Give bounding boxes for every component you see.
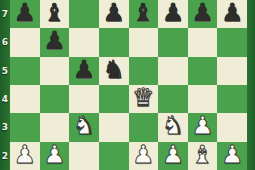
- black-pawn[interactable]: ♟: [221, 0, 243, 27]
- square-f3[interactable]: ♞: [158, 113, 188, 141]
- square-h7[interactable]: ♟: [217, 0, 247, 28]
- square-g4[interactable]: [188, 85, 218, 113]
- square-b6[interactable]: ♟: [40, 28, 70, 56]
- square-d4[interactable]: [99, 85, 129, 113]
- square-a7[interactable]: ♟: [10, 0, 40, 28]
- square-d7[interactable]: ♟: [99, 0, 129, 28]
- square-d6[interactable]: [99, 28, 129, 56]
- square-e2[interactable]: ♟: [129, 142, 159, 170]
- square-g2[interactable]: ♝: [188, 142, 218, 170]
- square-c4[interactable]: [69, 85, 99, 113]
- white-queen[interactable]: ♛: [132, 84, 154, 112]
- black-pawn[interactable]: ♟: [191, 0, 213, 27]
- square-c5[interactable]: ♟: [69, 57, 99, 85]
- chess-board-screenshot: 765432 ♟♝♟♝♟♟♟♟♟♞♛♞♞♟♟♟♟♟♝♟: [0, 0, 255, 170]
- square-d3[interactable]: [99, 113, 129, 141]
- white-pawn[interactable]: ♟: [43, 141, 65, 169]
- square-c6[interactable]: [69, 28, 99, 56]
- rank-coordinate-strip: 765432: [0, 0, 10, 170]
- rank-label-5: 5: [0, 57, 10, 85]
- black-pawn[interactable]: ♟: [43, 27, 65, 55]
- square-c2[interactable]: [69, 142, 99, 170]
- square-g6[interactable]: [188, 28, 218, 56]
- square-b3[interactable]: [40, 113, 70, 141]
- board-right-border: [247, 0, 255, 170]
- rank-label-6: 6: [0, 28, 10, 56]
- square-g3[interactable]: ♟: [188, 113, 218, 141]
- white-pawn[interactable]: ♟: [162, 141, 184, 169]
- square-h3[interactable]: [217, 113, 247, 141]
- square-e6[interactable]: [129, 28, 159, 56]
- square-h4[interactable]: [217, 85, 247, 113]
- square-f6[interactable]: [158, 28, 188, 56]
- square-d2[interactable]: [99, 142, 129, 170]
- rank-label-4: 4: [0, 85, 10, 113]
- square-b4[interactable]: [40, 85, 70, 113]
- white-knight[interactable]: ♞: [162, 112, 184, 140]
- square-b2[interactable]: ♟: [40, 142, 70, 170]
- square-c3[interactable]: ♞: [69, 113, 99, 141]
- white-pawn[interactable]: ♟: [191, 112, 213, 140]
- white-bishop[interactable]: ♝: [191, 141, 213, 169]
- black-pawn[interactable]: ♟: [102, 0, 124, 27]
- square-d5[interactable]: ♞: [99, 57, 129, 85]
- black-pawn[interactable]: ♟: [162, 0, 184, 27]
- square-a5[interactable]: [10, 57, 40, 85]
- white-pawn[interactable]: ♟: [132, 141, 154, 169]
- square-e5[interactable]: [129, 57, 159, 85]
- white-pawn[interactable]: ♟: [221, 141, 243, 169]
- square-g7[interactable]: ♟: [188, 0, 218, 28]
- rank-label-2: 2: [0, 142, 10, 170]
- black-bishop[interactable]: ♝: [132, 0, 154, 27]
- square-g5[interactable]: [188, 57, 218, 85]
- square-f2[interactable]: ♟: [158, 142, 188, 170]
- square-h2[interactable]: ♟: [217, 142, 247, 170]
- black-pawn[interactable]: ♟: [73, 56, 95, 84]
- white-knight[interactable]: ♞: [73, 112, 95, 140]
- square-f5[interactable]: [158, 57, 188, 85]
- square-a6[interactable]: [10, 28, 40, 56]
- chess-board[interactable]: ♟♝♟♝♟♟♟♟♟♞♛♞♞♟♟♟♟♟♝♟: [10, 0, 247, 170]
- square-a2[interactable]: ♟: [10, 142, 40, 170]
- white-pawn[interactable]: ♟: [14, 141, 36, 169]
- square-f7[interactable]: ♟: [158, 0, 188, 28]
- black-pawn[interactable]: ♟: [14, 0, 36, 27]
- square-h6[interactable]: [217, 28, 247, 56]
- square-e3[interactable]: [129, 113, 159, 141]
- square-a4[interactable]: [10, 85, 40, 113]
- square-a3[interactable]: [10, 113, 40, 141]
- square-e4[interactable]: ♛: [129, 85, 159, 113]
- square-c7[interactable]: [69, 0, 99, 28]
- square-b5[interactable]: [40, 57, 70, 85]
- rank-label-3: 3: [0, 113, 10, 141]
- rank-label-7: 7: [0, 0, 10, 28]
- square-e7[interactable]: ♝: [129, 0, 159, 28]
- square-b7[interactable]: ♝: [40, 0, 70, 28]
- black-bishop[interactable]: ♝: [43, 0, 65, 27]
- black-knight[interactable]: ♞: [102, 56, 124, 84]
- square-f4[interactable]: [158, 85, 188, 113]
- square-h5[interactable]: [217, 57, 247, 85]
